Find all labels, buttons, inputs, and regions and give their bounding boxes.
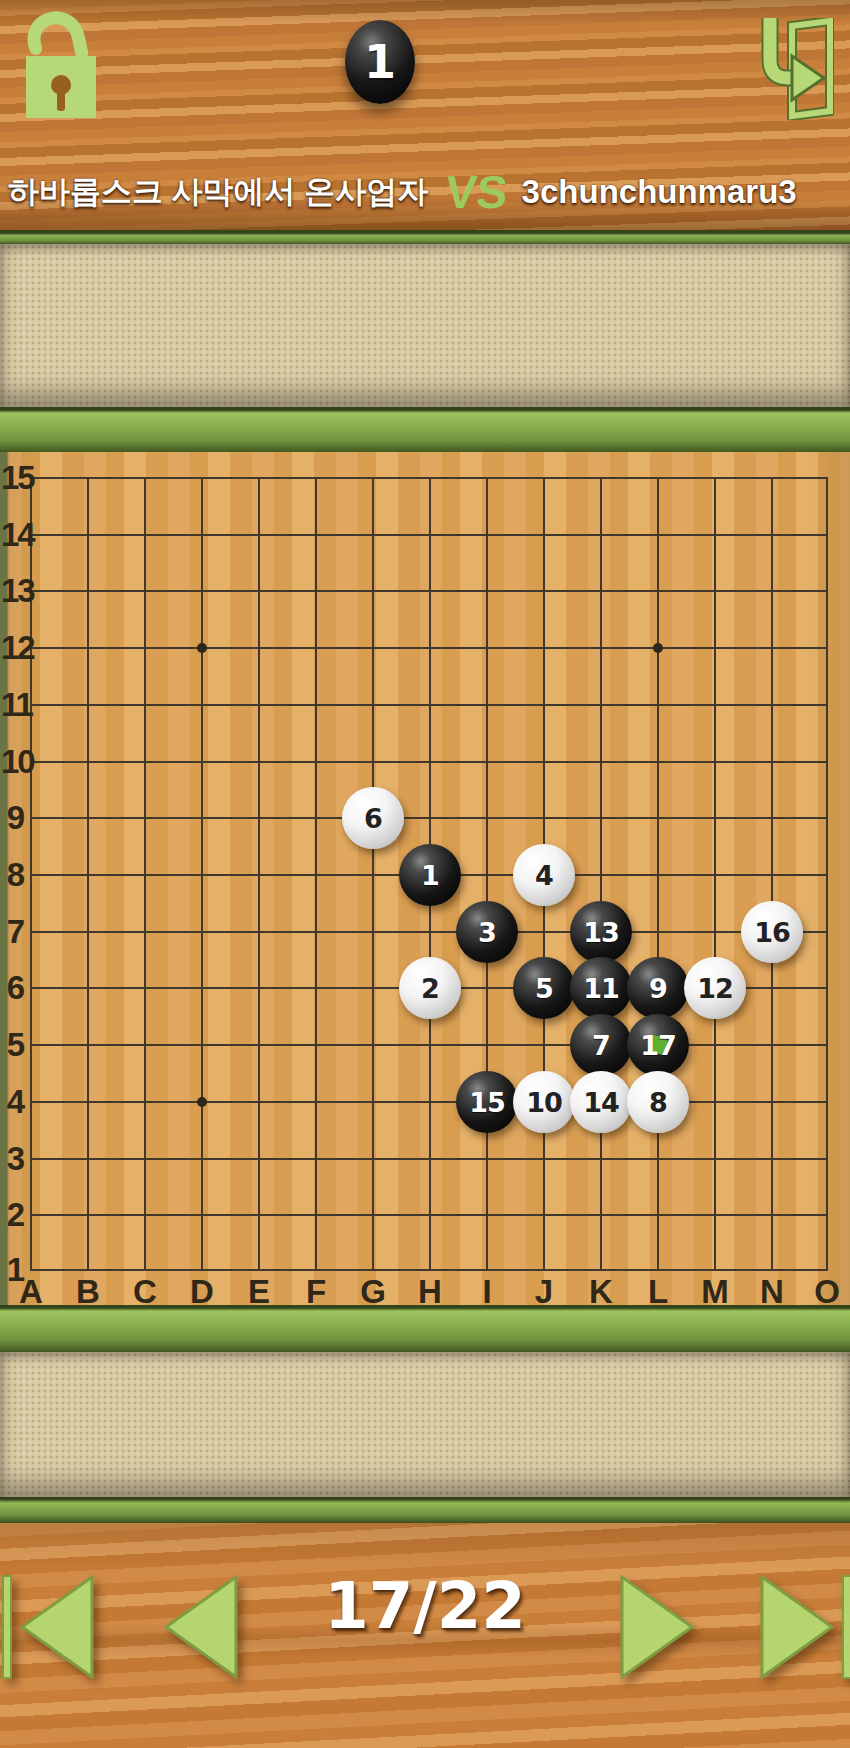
col-label-N: N <box>757 1275 787 1309</box>
col-label-C: C <box>130 1275 160 1309</box>
last-move-button[interactable] <box>760 1575 850 1679</box>
green-band-above-board <box>0 407 850 452</box>
col-label-H: H <box>415 1275 445 1309</box>
col-label-G: G <box>358 1275 388 1309</box>
row-label-9: 9 <box>1 798 29 838</box>
header-bar: 1 하바롭스크 사막에서 온사업자 VS 3chunchunmaru3 <box>0 0 850 230</box>
row-label-3: 3 <box>1 1139 29 1179</box>
return-arrow-door-icon <box>756 18 834 120</box>
beige-strip-top <box>0 244 850 407</box>
lock-button[interactable] <box>12 6 108 126</box>
replay-nav-bar: 17/22 <box>0 1523 850 1748</box>
stone-2-H6: 2 <box>399 957 461 1019</box>
col-label-O: O <box>812 1275 842 1309</box>
stone-1-H8: 1 <box>399 844 461 906</box>
row-label-2: 2 <box>1 1195 29 1235</box>
move-counter: 17/22 <box>0 1569 850 1643</box>
col-label-D: D <box>187 1275 217 1309</box>
col-label-M: M <box>700 1275 730 1309</box>
row-label-15: 15 <box>1 458 29 498</box>
move-number-badge: 1 <box>345 20 415 104</box>
row-label-11: 11 <box>1 685 29 725</box>
row-label-13: 13 <box>1 571 29 611</box>
step-last-icon <box>760 1575 836 1679</box>
col-label-J: J <box>529 1275 559 1309</box>
row-label-6: 6 <box>1 968 29 1008</box>
stone-8-L4: 8 <box>627 1071 689 1133</box>
green-band-top <box>0 230 850 244</box>
stone-12-M6: 12 <box>684 957 746 1019</box>
stone-17-L5: 17 <box>627 1014 689 1076</box>
row-label-8: 8 <box>1 855 29 895</box>
stone-11-K6: 11 <box>570 957 632 1019</box>
stone-7-K5: 7 <box>570 1014 632 1076</box>
gomoku-app: { "game": "gomoku", "header": { "round_b… <box>0 0 850 1748</box>
step-forward-icon <box>620 1575 696 1679</box>
row-label-4: 4 <box>1 1082 29 1122</box>
col-label-L: L <box>643 1275 673 1309</box>
black-player-name: 하바롭스크 사막에서 온사업자 <box>8 171 428 213</box>
col-label-I: I <box>472 1275 502 1309</box>
col-label-F: F <box>301 1275 331 1309</box>
stone-10-J4: 10 <box>513 1071 575 1133</box>
exit-return-button[interactable] <box>756 18 834 120</box>
stone-14-K4: 14 <box>570 1071 632 1133</box>
stone-13-K7: 13 <box>570 901 632 963</box>
col-label-E: E <box>244 1275 274 1309</box>
green-band-bottom <box>0 1497 850 1523</box>
stone-9-L6: 9 <box>627 957 689 1019</box>
players-row: 하바롭스크 사막에서 온사업자 VS 3chunchunmaru3 <box>0 162 850 222</box>
row-label-10: 10 <box>1 742 29 782</box>
row-label-5: 5 <box>1 1025 29 1065</box>
beige-strip-bottom <box>0 1352 850 1497</box>
col-label-K: K <box>586 1275 616 1309</box>
last-move-bar-icon <box>842 1575 850 1679</box>
stone-16-N7: 16 <box>741 901 803 963</box>
next-move-button[interactable] <box>620 1575 696 1683</box>
gomoku-board[interactable]: 151413121110987654321ABCDEFGHIJKLMNO 614… <box>0 452 850 1305</box>
stone-15-I4: 15 <box>456 1071 518 1133</box>
move-number-badge-label: 1 <box>364 35 396 89</box>
row-label-14: 14 <box>1 515 29 555</box>
white-player-name: 3chunchunmaru3 <box>522 173 797 211</box>
vs-label: VS <box>444 165 510 219</box>
stone-6-G9: 6 <box>342 787 404 849</box>
stone-4-J8: 4 <box>513 844 575 906</box>
unlocked-padlock-icon <box>12 6 108 126</box>
row-label-12: 12 <box>1 628 29 668</box>
green-band-below-board <box>0 1305 850 1352</box>
stone-5-J6: 5 <box>513 957 575 1019</box>
stone-3-I7: 3 <box>456 901 518 963</box>
col-label-B: B <box>73 1275 103 1309</box>
col-label-A: A <box>16 1275 46 1309</box>
row-label-7: 7 <box>1 912 29 952</box>
